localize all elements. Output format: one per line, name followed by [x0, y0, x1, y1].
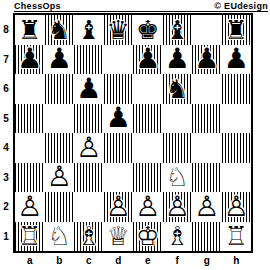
piece-glyph: ♙ [47, 163, 72, 191]
piece-glyph: ♙ [17, 193, 42, 221]
square-d1: ♛♕ [104, 222, 134, 252]
app-title: ChessOps [14, 1, 61, 11]
square-g2: ♟♙ [192, 192, 222, 222]
piece-glyph: ♞ [166, 76, 189, 102]
piece-glyph: ♟ [165, 45, 190, 73]
piece-white-pawn: ♟♙ [74, 133, 104, 163]
file-label-a: a [15, 255, 45, 266]
square-d6 [104, 74, 134, 104]
square-h4 [222, 133, 252, 163]
rank-label-1: 1 [0, 222, 12, 252]
square-g3 [192, 163, 222, 193]
square-f4 [163, 133, 193, 163]
rank-label-3: 3 [0, 163, 12, 193]
square-d2: ♟♙ [104, 192, 134, 222]
square-b7: ♟♟ [45, 45, 75, 75]
square-b4 [45, 133, 75, 163]
piece-glyph: ♞ [48, 17, 71, 43]
square-e6 [133, 74, 163, 104]
square-g7: ♟♟ [192, 45, 222, 75]
file-label-c: c [74, 255, 104, 266]
piece-black-knight: ♞♞ [163, 74, 193, 104]
piece-glyph: ♗ [166, 223, 189, 249]
square-g1 [192, 222, 222, 252]
square-f1: ♝♗ [163, 222, 193, 252]
piece-glyph: ♜ [18, 17, 41, 43]
file-label-d: d [104, 255, 134, 266]
rank-label-7: 7 [0, 45, 12, 75]
square-a1: ♜♖ [15, 222, 45, 252]
piece-glyph: ♙ [135, 193, 160, 221]
piece-glyph: ♝ [77, 17, 100, 43]
piece-glyph: ♟ [224, 45, 249, 73]
piece-glyph: ♙ [106, 193, 131, 221]
rank-labels: 87654321 [0, 15, 12, 251]
square-e5 [133, 104, 163, 134]
piece-white-knight: ♞♘ [45, 222, 75, 252]
square-d5: ♟♟ [104, 104, 134, 134]
file-label-b: b [45, 255, 75, 266]
square-h1: ♜♖ [222, 222, 252, 252]
square-c3 [74, 163, 104, 193]
square-b2 [45, 192, 75, 222]
piece-white-king: ♚♔ [133, 222, 163, 252]
square-a8: ♜♜ [15, 15, 45, 45]
piece-glyph: ♟ [47, 45, 72, 73]
piece-glyph: ♙ [194, 193, 219, 221]
square-d7 [104, 45, 134, 75]
piece-black-pawn: ♟♟ [133, 45, 163, 75]
square-e8: ♚♚ [133, 15, 163, 45]
piece-glyph: ♕ [107, 223, 130, 249]
square-e7: ♟♟ [133, 45, 163, 75]
piece-white-pawn: ♟♙ [45, 163, 75, 193]
square-g5 [192, 104, 222, 134]
rank-label-5: 5 [0, 104, 12, 134]
rank-label-6: 6 [0, 74, 12, 104]
file-label-f: f [163, 255, 193, 266]
square-c4: ♟♙ [74, 133, 104, 163]
file-label-e: e [133, 255, 163, 266]
piece-black-pawn: ♟♟ [222, 45, 252, 75]
piece-white-pawn: ♟♙ [192, 192, 222, 222]
piece-glyph: ♝ [166, 17, 189, 43]
piece-glyph: ♟ [17, 45, 42, 73]
piece-glyph: ♘ [166, 164, 189, 190]
file-labels: abcdefgh [15, 255, 251, 266]
piece-glyph: ♜ [225, 17, 248, 43]
square-f5 [163, 104, 193, 134]
square-f8: ♝♝ [163, 15, 193, 45]
piece-black-knight: ♞♞ [45, 15, 75, 45]
piece-glyph: ♟ [106, 104, 131, 132]
square-a5 [15, 104, 45, 134]
piece-white-pawn: ♟♙ [15, 192, 45, 222]
square-c5 [74, 104, 104, 134]
square-g4 [192, 133, 222, 163]
square-f7: ♟♟ [163, 45, 193, 75]
square-e3 [133, 163, 163, 193]
piece-white-rook: ♜♖ [15, 222, 45, 252]
piece-glyph: ♖ [225, 223, 248, 249]
square-d4 [104, 133, 134, 163]
square-h8: ♜♜ [222, 15, 252, 45]
square-b1: ♞♘ [45, 222, 75, 252]
piece-glyph: ♙ [76, 134, 101, 162]
square-a4 [15, 133, 45, 163]
piece-black-rook: ♜♜ [15, 15, 45, 45]
square-f3: ♞♘ [163, 163, 193, 193]
piece-glyph: ♗ [77, 223, 100, 249]
square-h3 [222, 163, 252, 193]
square-b6 [45, 74, 75, 104]
square-b5 [45, 104, 75, 134]
piece-white-pawn: ♟♙ [163, 192, 193, 222]
piece-black-rook: ♜♜ [222, 15, 252, 45]
square-a2: ♟♙ [15, 192, 45, 222]
square-g6 [192, 74, 222, 104]
rank-label-8: 8 [0, 15, 12, 45]
piece-black-pawn: ♟♟ [15, 45, 45, 75]
rank-label-2: 2 [0, 192, 12, 222]
piece-glyph: ♛ [107, 17, 130, 43]
piece-glyph: ♟ [194, 45, 219, 73]
piece-white-knight: ♞♘ [163, 163, 193, 193]
file-label-g: g [192, 255, 222, 266]
square-h5 [222, 104, 252, 134]
piece-white-bishop: ♝♗ [163, 222, 193, 252]
square-f6: ♞♞ [163, 74, 193, 104]
square-c1: ♝♗ [74, 222, 104, 252]
piece-white-rook: ♜♖ [222, 222, 252, 252]
square-a3 [15, 163, 45, 193]
square-d8: ♛♛ [104, 15, 134, 45]
square-c8: ♝♝ [74, 15, 104, 45]
square-e4 [133, 133, 163, 163]
file-label-h: h [222, 255, 252, 266]
piece-glyph: ♚ [136, 17, 159, 43]
piece-black-pawn: ♟♟ [192, 45, 222, 75]
piece-white-pawn: ♟♙ [222, 192, 252, 222]
square-d3 [104, 163, 134, 193]
square-a6 [15, 74, 45, 104]
square-b3: ♟♙ [45, 163, 75, 193]
square-c2 [74, 192, 104, 222]
piece-black-pawn: ♟♟ [163, 45, 193, 75]
piece-glyph: ♘ [48, 223, 71, 249]
piece-black-bishop: ♝♝ [163, 15, 193, 45]
square-f2: ♟♙ [163, 192, 193, 222]
square-c6: ♟♟ [74, 74, 104, 104]
chess-board: ♜♜♞♞♝♝♛♛♚♚♝♝♜♜♟♟♟♟♟♟♟♟♟♟♟♟♟♟♞♞♟♟♟♙♟♙♞♘♟♙… [13, 13, 253, 253]
square-h7: ♟♟ [222, 45, 252, 75]
piece-glyph: ♟ [135, 45, 160, 73]
piece-glyph: ♟ [76, 75, 101, 103]
square-b8: ♞♞ [45, 15, 75, 45]
piece-white-pawn: ♟♙ [104, 192, 134, 222]
square-g8 [192, 15, 222, 45]
piece-glyph: ♖ [18, 223, 41, 249]
piece-black-king: ♚♚ [133, 15, 163, 45]
piece-white-bishop: ♝♗ [74, 222, 104, 252]
piece-glyph: ♙ [165, 193, 190, 221]
piece-black-queen: ♛♛ [104, 15, 134, 45]
piece-glyph: ♔ [136, 223, 159, 249]
piece-black-pawn: ♟♟ [104, 104, 134, 134]
credit-text: © EUdesign [214, 1, 268, 11]
rank-label-4: 4 [0, 133, 12, 163]
piece-black-pawn: ♟♟ [45, 45, 75, 75]
piece-black-bishop: ♝♝ [74, 15, 104, 45]
square-h2: ♟♙ [222, 192, 252, 222]
piece-glyph: ♙ [224, 193, 249, 221]
square-h6 [222, 74, 252, 104]
square-e2: ♟♙ [133, 192, 163, 222]
piece-black-pawn: ♟♟ [74, 74, 104, 104]
square-e1: ♚♔ [133, 222, 163, 252]
square-c7 [74, 45, 104, 75]
piece-white-queen: ♛♕ [104, 222, 134, 252]
piece-white-pawn: ♟♙ [133, 192, 163, 222]
square-a7: ♟♟ [15, 45, 45, 75]
header-rule [14, 11, 268, 12]
